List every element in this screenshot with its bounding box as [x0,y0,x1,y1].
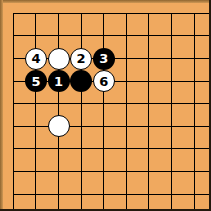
grid-line-vertical [58,13,59,211]
stone-number-label: 4 [31,52,40,65]
board-frame-bottom [0,209,211,211]
go-stone-black-move-1: 1 [48,70,70,92]
go-stone-black [70,70,92,92]
go-stone-white [48,48,70,70]
go-stone-black-move-5: 5 [25,70,47,92]
grid-line-horizontal [13,126,211,127]
board-frame-right [209,0,211,211]
grid-line-vertical [81,13,82,211]
go-stone-white-move-6: 6 [93,70,115,92]
grid-line-vertical [35,13,36,211]
grid-line-vertical [194,13,195,211]
go-board-diagram: 423516 [0,0,211,211]
grid-line-vertical [148,13,149,211]
go-stone-white-move-2: 2 [70,48,92,70]
grid-line-vertical [103,13,104,211]
grid-line-horizontal [13,13,211,14]
grid-line-horizontal [13,35,211,36]
go-stone-black-move-3: 3 [93,48,115,70]
grid-line-vertical [13,13,14,211]
stone-number-label: 3 [99,52,108,65]
grid-line-horizontal [13,148,211,149]
grid-line-vertical [126,13,127,211]
grid-line-vertical [171,13,172,211]
go-stone-white-move-4: 4 [25,48,47,70]
stone-number-label: 2 [77,52,86,65]
stone-number-label: 5 [31,74,40,87]
board-frame-top [0,0,211,3]
stone-number-label: 1 [54,74,63,87]
grid-line-horizontal [13,194,211,195]
go-stone-white [48,115,70,137]
grid-line-horizontal [13,171,211,172]
stone-number-label: 6 [99,74,108,87]
board-frame-left [0,0,3,211]
grid-line-horizontal [13,103,211,104]
